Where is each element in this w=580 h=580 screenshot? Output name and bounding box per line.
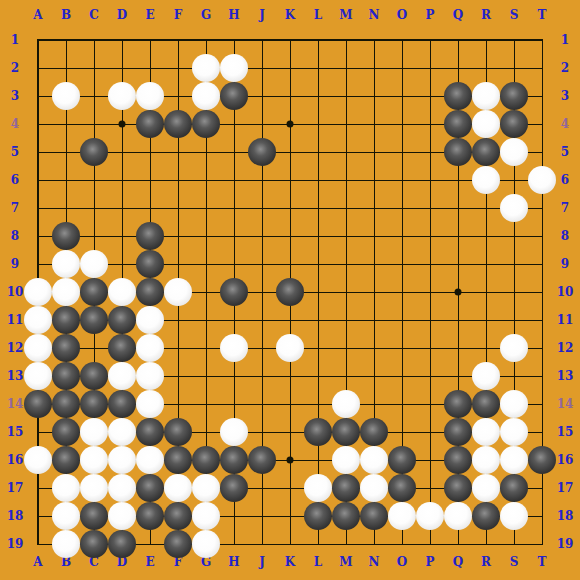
stone-black-S4 (500, 110, 528, 138)
column-label-top-M: M (336, 8, 356, 22)
stone-black-Q16 (444, 446, 472, 474)
stone-white-O18 (388, 502, 416, 530)
stone-white-C9 (80, 250, 108, 278)
stone-white-H15 (220, 418, 248, 446)
stone-black-B8 (52, 222, 80, 250)
column-label-bottom-N: N (364, 555, 384, 569)
stone-black-M15 (332, 418, 360, 446)
column-label-top-L: L (308, 8, 328, 22)
column-label-top-O: O (392, 8, 412, 22)
stone-black-E9 (136, 250, 164, 278)
row-label-right-13: 13 (552, 369, 578, 383)
row-label-left-3: 3 (2, 89, 28, 103)
row-label-left-9: 9 (2, 257, 28, 271)
column-label-top-P: P (420, 8, 440, 22)
row-label-left-2: 2 (2, 61, 28, 75)
column-label-bottom-P: P (420, 555, 440, 569)
star-point-K16 (287, 457, 294, 464)
column-label-top-S: S (504, 8, 524, 22)
stone-black-E10 (136, 278, 164, 306)
stone-white-C16 (80, 446, 108, 474)
stone-black-F15 (164, 418, 192, 446)
stone-white-P18 (416, 502, 444, 530)
stone-white-H12 (220, 334, 248, 362)
row-label-right-10: 10 (552, 285, 578, 299)
stone-black-D19 (108, 530, 136, 558)
stone-white-R16 (472, 446, 500, 474)
star-point-K4 (287, 121, 294, 128)
stone-black-R18 (472, 502, 500, 530)
stone-white-S16 (500, 446, 528, 474)
stone-white-S12 (500, 334, 528, 362)
stone-black-J16 (248, 446, 276, 474)
stone-white-G18 (192, 502, 220, 530)
stone-black-B12 (52, 334, 80, 362)
stone-black-C14 (80, 390, 108, 418)
column-label-bottom-Q: Q (448, 555, 468, 569)
stone-white-E11 (136, 306, 164, 334)
row-label-right-14: 14 (552, 397, 578, 411)
stone-black-C11 (80, 306, 108, 334)
stone-black-F18 (164, 502, 192, 530)
stone-white-R6 (472, 166, 500, 194)
go-board[interactable]: ABCDEFGHJKLMNOPQRST ABCDEFGHJKLMNOPQRST … (0, 0, 580, 580)
row-label-left-19: 19 (2, 537, 28, 551)
stone-black-D14 (108, 390, 136, 418)
stone-white-F17 (164, 474, 192, 502)
column-label-top-D: D (112, 8, 132, 22)
column-label-bottom-A: A (28, 555, 48, 569)
stone-white-S14 (500, 390, 528, 418)
stone-white-G3 (192, 82, 220, 110)
row-label-left-1: 1 (2, 33, 28, 47)
star-point-D4 (119, 121, 126, 128)
column-label-top-K: K (280, 8, 300, 22)
stone-white-M16 (332, 446, 360, 474)
stone-white-D3 (108, 82, 136, 110)
stone-white-D18 (108, 502, 136, 530)
stone-black-T16 (528, 446, 556, 474)
stone-white-D17 (108, 474, 136, 502)
stone-white-B19 (52, 530, 80, 558)
stone-white-E3 (136, 82, 164, 110)
row-label-left-17: 17 (2, 481, 28, 495)
stone-black-E17 (136, 474, 164, 502)
stone-white-S5 (500, 138, 528, 166)
stone-black-M17 (332, 474, 360, 502)
stone-black-Q5 (444, 138, 472, 166)
stone-black-B14 (52, 390, 80, 418)
stone-white-L17 (304, 474, 332, 502)
stone-white-D13 (108, 362, 136, 390)
stone-white-E16 (136, 446, 164, 474)
column-label-top-C: C (84, 8, 104, 22)
stone-black-S17 (500, 474, 528, 502)
stone-black-N18 (360, 502, 388, 530)
stone-black-C19 (80, 530, 108, 558)
stone-white-S7 (500, 194, 528, 222)
row-label-right-17: 17 (552, 481, 578, 495)
column-label-bottom-R: R (476, 555, 496, 569)
stone-black-E4 (136, 110, 164, 138)
stone-white-M14 (332, 390, 360, 418)
row-label-right-12: 12 (552, 341, 578, 355)
stone-black-F19 (164, 530, 192, 558)
row-label-right-11: 11 (552, 313, 578, 327)
column-label-bottom-T: T (532, 555, 552, 569)
stone-black-C5 (80, 138, 108, 166)
stone-white-Q18 (444, 502, 472, 530)
stone-black-C10 (80, 278, 108, 306)
stone-white-D10 (108, 278, 136, 306)
column-label-bottom-K: K (280, 555, 300, 569)
stone-white-R15 (472, 418, 500, 446)
stone-white-B18 (52, 502, 80, 530)
stone-black-H3 (220, 82, 248, 110)
stone-black-D11 (108, 306, 136, 334)
row-label-right-7: 7 (552, 201, 578, 215)
stone-black-F16 (164, 446, 192, 474)
stone-white-S18 (500, 502, 528, 530)
star-point-Q10 (455, 289, 462, 296)
stone-black-K10 (276, 278, 304, 306)
column-label-bottom-L: L (308, 555, 328, 569)
stone-white-R13 (472, 362, 500, 390)
column-label-top-G: G (196, 8, 216, 22)
stone-black-B11 (52, 306, 80, 334)
stone-white-A16 (24, 446, 52, 474)
stone-black-L15 (304, 418, 332, 446)
stone-black-E18 (136, 502, 164, 530)
column-label-top-E: E (140, 8, 160, 22)
row-label-left-5: 5 (2, 145, 28, 159)
stone-white-D15 (108, 418, 136, 446)
stone-black-R5 (472, 138, 500, 166)
column-label-bottom-E: E (140, 555, 160, 569)
column-label-top-N: N (364, 8, 384, 22)
stone-black-E15 (136, 418, 164, 446)
stone-black-O16 (388, 446, 416, 474)
stone-black-M18 (332, 502, 360, 530)
stone-white-E14 (136, 390, 164, 418)
stone-black-S3 (500, 82, 528, 110)
column-label-top-Q: Q (448, 8, 468, 22)
stone-black-L18 (304, 502, 332, 530)
stone-white-N17 (360, 474, 388, 502)
stone-black-R14 (472, 390, 500, 418)
stone-black-F4 (164, 110, 192, 138)
column-label-top-R: R (476, 8, 496, 22)
row-label-left-15: 15 (2, 425, 28, 439)
row-label-left-6: 6 (2, 173, 28, 187)
row-label-left-4: 4 (2, 117, 28, 131)
row-label-right-5: 5 (552, 145, 578, 159)
stone-white-R3 (472, 82, 500, 110)
stone-black-J5 (248, 138, 276, 166)
column-label-top-B: B (56, 8, 76, 22)
stone-white-S15 (500, 418, 528, 446)
stone-black-N15 (360, 418, 388, 446)
stone-white-H2 (220, 54, 248, 82)
column-label-top-J: J (252, 8, 272, 22)
row-label-right-15: 15 (552, 425, 578, 439)
stone-black-G16 (192, 446, 220, 474)
stone-white-A11 (24, 306, 52, 334)
row-label-left-18: 18 (2, 509, 28, 523)
stone-white-G17 (192, 474, 220, 502)
stone-black-Q4 (444, 110, 472, 138)
column-label-bottom-M: M (336, 555, 356, 569)
stone-white-C17 (80, 474, 108, 502)
stone-white-C15 (80, 418, 108, 446)
row-label-right-9: 9 (552, 257, 578, 271)
stone-black-Q14 (444, 390, 472, 418)
stone-black-B13 (52, 362, 80, 390)
column-label-bottom-J: J (252, 555, 272, 569)
stone-white-B17 (52, 474, 80, 502)
stone-white-E13 (136, 362, 164, 390)
row-label-left-8: 8 (2, 229, 28, 243)
stone-black-H17 (220, 474, 248, 502)
stone-black-Q17 (444, 474, 472, 502)
stone-black-C13 (80, 362, 108, 390)
row-label-right-18: 18 (552, 509, 578, 523)
column-label-top-H: H (224, 8, 244, 22)
stone-black-C18 (80, 502, 108, 530)
stone-white-D16 (108, 446, 136, 474)
stone-black-O17 (388, 474, 416, 502)
stone-black-Q15 (444, 418, 472, 446)
row-label-right-4: 4 (552, 117, 578, 131)
stone-black-Q3 (444, 82, 472, 110)
row-label-right-19: 19 (552, 537, 578, 551)
stone-white-F10 (164, 278, 192, 306)
stone-black-B16 (52, 446, 80, 474)
stone-white-R4 (472, 110, 500, 138)
row-label-right-3: 3 (552, 89, 578, 103)
stone-black-H10 (220, 278, 248, 306)
column-label-bottom-H: H (224, 555, 244, 569)
row-label-right-8: 8 (552, 229, 578, 243)
stone-white-G19 (192, 530, 220, 558)
stone-white-A13 (24, 362, 52, 390)
stone-white-A12 (24, 334, 52, 362)
stone-white-N16 (360, 446, 388, 474)
stone-white-R17 (472, 474, 500, 502)
row-label-right-1: 1 (552, 33, 578, 47)
stone-white-K12 (276, 334, 304, 362)
stone-white-B3 (52, 82, 80, 110)
column-label-top-F: F (168, 8, 188, 22)
stone-black-B15 (52, 418, 80, 446)
stone-white-B10 (52, 278, 80, 306)
row-label-left-7: 7 (2, 201, 28, 215)
stone-black-H16 (220, 446, 248, 474)
column-label-bottom-S: S (504, 555, 524, 569)
column-label-top-A: A (28, 8, 48, 22)
stone-white-A10 (24, 278, 52, 306)
stone-white-B9 (52, 250, 80, 278)
column-label-top-T: T (532, 8, 552, 22)
stone-white-E12 (136, 334, 164, 362)
stone-black-D12 (108, 334, 136, 362)
stone-black-A14 (24, 390, 52, 418)
row-label-right-2: 2 (552, 61, 578, 75)
stone-black-G4 (192, 110, 220, 138)
column-label-bottom-O: O (392, 555, 412, 569)
stone-black-E8 (136, 222, 164, 250)
stone-white-T6 (528, 166, 556, 194)
stone-white-G2 (192, 54, 220, 82)
